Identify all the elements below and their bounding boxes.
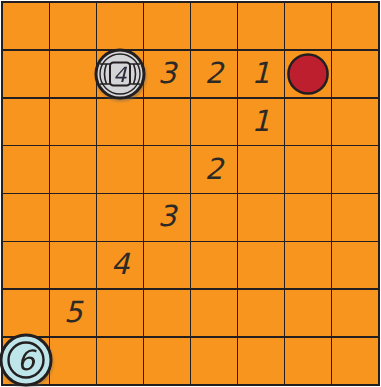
board-cell[interactable] [144,290,190,336]
board-cell[interactable] [332,338,378,385]
board-cell[interactable] [238,146,284,192]
board-cell[interactable] [50,146,96,192]
board-cell[interactable] [191,194,237,240]
move-count-label: 3 [158,202,176,231]
board-cell[interactable] [144,3,190,49]
board-cell[interactable] [144,338,190,385]
board-cell[interactable] [238,242,284,289]
board-cell[interactable] [50,3,96,49]
move-count-label: 1 [252,59,270,88]
red-disc-icon [286,52,330,96]
move-count-label: 4 [111,250,129,279]
board-cell[interactable] [285,3,331,49]
gray-disc-icon: 4 [93,47,147,101]
board-cell[interactable] [238,194,284,240]
blue-disc-icon: 6 [0,333,54,387]
blue-numbered-disc-piece[interactable]: 6 [0,333,54,387]
gray-disc-number: 4 [114,63,128,87]
board-cell[interactable] [191,3,237,49]
move-count-label: 5 [64,297,82,326]
board-cell[interactable] [332,146,378,192]
board-cell[interactable] [285,99,331,146]
move-count-label: 1 [252,107,270,136]
board-cell[interactable] [50,99,96,146]
gray-numbered-disc-piece[interactable]: 4 [93,47,147,101]
board: 4 6 32112345 [1,1,380,386]
board-cell[interactable] [50,194,96,240]
board-cell[interactable] [3,194,49,240]
board-cell[interactable] [3,51,49,97]
board-cell[interactable] [3,146,49,192]
board-cell[interactable] [97,338,143,385]
board-cell[interactable] [97,99,143,146]
board-cell[interactable] [285,242,331,289]
board-cell[interactable] [50,51,96,97]
board-cell[interactable] [238,3,284,49]
board-cell[interactable] [191,290,237,336]
move-count-label: 2 [205,155,223,184]
board-cell[interactable] [50,242,96,289]
board-cell[interactable] [97,290,143,336]
board-cell[interactable] [97,146,143,192]
board-cell[interactable] [144,99,190,146]
board-cell[interactable] [191,99,237,146]
board-cell[interactable] [3,242,49,289]
board-cell[interactable] [332,290,378,336]
board-cell[interactable] [285,146,331,192]
red-disc-piece[interactable] [286,52,330,96]
board-cell[interactable] [144,146,190,192]
board-cell[interactable] [285,290,331,336]
board-cell[interactable] [3,290,49,336]
move-count-label: 3 [158,59,176,88]
board-cell[interactable] [285,194,331,240]
board-cell[interactable] [332,51,378,97]
board-cell[interactable] [332,242,378,289]
board-cell[interactable] [285,338,331,385]
board-cell[interactable] [191,338,237,385]
board-cell[interactable] [97,194,143,240]
board-cell[interactable] [238,338,284,385]
board-cell[interactable] [332,99,378,146]
blue-disc-number: 6 [18,344,38,377]
board-cell[interactable] [144,242,190,289]
board-cell[interactable] [332,194,378,240]
board-cell[interactable] [3,99,49,146]
board-cell[interactable] [3,3,49,49]
board-cell[interactable] [332,3,378,49]
board-cell[interactable] [191,242,237,289]
move-count-label: 2 [205,59,223,88]
board-cell[interactable] [50,338,96,385]
board-cell[interactable] [238,290,284,336]
board-cell[interactable] [97,3,143,49]
